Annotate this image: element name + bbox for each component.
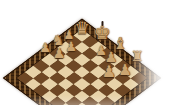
chess-piece-pawn-b6: ♟	[65, 40, 77, 53]
chess-piece-king-c8: ♚	[93, 23, 110, 42]
chess-set-product-photo[interactable]: ♟♞♟♛♟♟♚♟♝♟♜♟♟	[0, 0, 175, 105]
chess-piece-pawn-a5: ♟	[39, 41, 51, 54]
chess-piece-pawn-f6: ♟	[102, 64, 116, 80]
king-dark-finial	[101, 21, 103, 26]
chess-piece-queen-a8: ♛	[74, 20, 89, 37]
chess-piece-pawn-b5: ♟	[53, 46, 66, 60]
photo-bottom-fade	[0, 95, 175, 105]
photo-edge-fade	[130, 0, 175, 105]
